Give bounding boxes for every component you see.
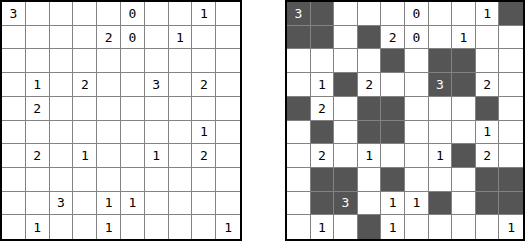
solution-board-cell-r7c3 xyxy=(334,144,358,168)
puzzle-board-cell-r8c5[interactable] xyxy=(97,168,121,192)
puzzle-board-cell-r1c7[interactable] xyxy=(145,2,169,26)
solution-board-cell-r4c9: 2 xyxy=(476,73,500,97)
solution-board-cell-r1c1: 3 xyxy=(287,2,311,26)
puzzle-board-cell-r6c8[interactable] xyxy=(169,121,193,145)
puzzle-board-cell-r6c5[interactable] xyxy=(97,121,121,145)
puzzle-board-cell-r1c3[interactable] xyxy=(50,2,74,26)
solution-board-cell-r8c8 xyxy=(452,168,476,192)
puzzle-board-cell-r7c3[interactable] xyxy=(50,144,74,168)
puzzle-board-cell-r8c6[interactable] xyxy=(121,168,145,192)
solution-board-cell-r4c2: 1 xyxy=(311,73,335,97)
puzzle-board: 3012011232212112311111 xyxy=(0,0,242,241)
solution-board-cell-r10c1 xyxy=(287,215,311,239)
clue-number: 1 xyxy=(483,125,491,138)
puzzle-board-cell-r6c7[interactable] xyxy=(145,121,169,145)
puzzle-board-cell-r1c6[interactable]: 0 xyxy=(121,2,145,26)
puzzle-board-cell-r6c4[interactable] xyxy=(73,121,97,145)
puzzle-board-cell-r4c3[interactable] xyxy=(50,73,74,97)
clue-number: 2 xyxy=(318,149,326,162)
puzzle-board-cell-r10c2[interactable]: 1 xyxy=(26,215,50,239)
puzzle-board-cell-r8c2[interactable] xyxy=(26,168,50,192)
puzzle-board-cell-r7c4[interactable]: 1 xyxy=(73,144,97,168)
puzzle-board-cell-r5c4[interactable] xyxy=(73,97,97,121)
solution-board-cell-r5c10 xyxy=(499,97,523,121)
solution-board-cell-r3c5 xyxy=(381,49,405,73)
clue-number: 1 xyxy=(200,125,208,138)
clue-number: 1 xyxy=(365,149,373,162)
puzzle-board-cell-r9c7[interactable] xyxy=(145,192,169,216)
solution-board-cell-r8c5 xyxy=(381,168,405,192)
puzzle-board-cell-r3c8[interactable] xyxy=(169,49,193,73)
clue-number: 1 xyxy=(105,221,113,234)
solution-board-cell-r10c5: 1 xyxy=(381,215,405,239)
puzzle-board-cell-r10c8[interactable] xyxy=(169,215,193,239)
puzzle-board-cell-r7c10[interactable] xyxy=(216,144,240,168)
solution-board-cell-r2c6: 0 xyxy=(405,26,429,50)
clue-number: 1 xyxy=(412,196,420,209)
clue-number: 2 xyxy=(105,31,113,44)
solution-board-cell-r6c9: 1 xyxy=(476,121,500,145)
solution-board-cell-r10c6 xyxy=(405,215,429,239)
puzzle-board-cell-r10c3[interactable] xyxy=(50,215,74,239)
clue-number: 1 xyxy=(436,149,444,162)
solution-board-cell-r6c10 xyxy=(499,121,523,145)
puzzle-board-cell-r9c1[interactable] xyxy=(2,192,26,216)
puzzle-board-cell-r4c1[interactable] xyxy=(2,73,26,97)
solution-board-cell-r7c4: 1 xyxy=(358,144,382,168)
clue-number: 0 xyxy=(128,31,136,44)
solution-board-cell-r2c1 xyxy=(287,26,311,50)
puzzle-board-cell-r9c6[interactable]: 1 xyxy=(121,192,145,216)
solution-board-cell-r9c7 xyxy=(429,192,453,216)
solution-board-cell-r4c5 xyxy=(381,73,405,97)
solution-board-cell-r9c9 xyxy=(476,192,500,216)
clue-number: 3 xyxy=(294,7,302,20)
puzzle-board-cell-r5c3[interactable] xyxy=(50,97,74,121)
solution-board-cell-r4c1 xyxy=(287,73,311,97)
puzzle-board-cell-r4c5[interactable] xyxy=(97,73,121,97)
solution-board-cell-r2c7 xyxy=(429,26,453,50)
puzzle-board-cell-r1c1[interactable]: 3 xyxy=(2,2,26,26)
puzzle-board-cell-r2c10[interactable] xyxy=(216,26,240,50)
puzzle-board-cell-r6c2[interactable] xyxy=(26,121,50,145)
puzzle-board-cell-r5c7[interactable] xyxy=(145,97,169,121)
puzzle-board-cell-r2c6[interactable]: 0 xyxy=(121,26,145,50)
puzzle-board-cell-r6c10[interactable] xyxy=(216,121,240,145)
clue-number: 1 xyxy=(389,221,397,234)
solution-board-cell-r9c5: 1 xyxy=(381,192,405,216)
puzzle-board-cell-r3c4[interactable] xyxy=(73,49,97,73)
solution-board-cell-r2c8: 1 xyxy=(452,26,476,50)
puzzle-board-cell-r6c3[interactable] xyxy=(50,121,74,145)
puzzle-board-cell-r4c8[interactable] xyxy=(169,73,193,97)
puzzle-board-cell-r3c7[interactable] xyxy=(145,49,169,73)
solution-board-cell-r8c4 xyxy=(358,168,382,192)
solution-board-cell-r4c7: 3 xyxy=(429,73,453,97)
puzzle-board-cell-r3c5[interactable] xyxy=(97,49,121,73)
solution-board-cell-r8c2 xyxy=(311,168,335,192)
solution-board-cell-r8c3 xyxy=(334,168,358,192)
puzzle-board-cell-r8c7[interactable] xyxy=(145,168,169,192)
clue-number: 2 xyxy=(483,149,491,162)
solution-board-cell-r8c1 xyxy=(287,168,311,192)
solution-board-cell-r3c1 xyxy=(287,49,311,73)
solution-board-cell-r3c7 xyxy=(429,49,453,73)
solution-board-cell-r8c7 xyxy=(429,168,453,192)
puzzle-board-cell-r9c10[interactable] xyxy=(216,192,240,216)
puzzle-board-cell-r9c4[interactable] xyxy=(73,192,97,216)
puzzle-board-cell-r6c6[interactable] xyxy=(121,121,145,145)
puzzle-board-cell-r1c10[interactable] xyxy=(216,2,240,26)
solution-board-cell-r10c2: 1 xyxy=(311,215,335,239)
puzzle-board-cell-r5c2[interactable]: 2 xyxy=(26,97,50,121)
solution-board-cell-r3c6 xyxy=(405,49,429,73)
solution-board-cell-r10c9 xyxy=(476,215,500,239)
puzzle-board-cell-r7c1[interactable] xyxy=(2,144,26,168)
solution-board-cell-r2c10 xyxy=(499,26,523,50)
solution-board-cell-r1c8 xyxy=(452,2,476,26)
puzzle-board-cell-r2c3[interactable] xyxy=(50,26,74,50)
clue-number: 3 xyxy=(57,196,65,209)
solution-board-cell-r7c10 xyxy=(499,144,523,168)
clue-number: 1 xyxy=(318,78,326,91)
solution-board-cell-r1c3 xyxy=(334,2,358,26)
puzzle-board-cell-r4c2[interactable]: 1 xyxy=(26,73,50,97)
puzzle-board-cell-r1c8[interactable] xyxy=(169,2,193,26)
solution-board-cell-r2c3 xyxy=(334,26,358,50)
solution-board-cell-r2c4 xyxy=(358,26,382,50)
puzzle-board-cell-r6c1[interactable] xyxy=(2,121,26,145)
solution-board-cell-r1c4 xyxy=(358,2,382,26)
puzzle-board-cell-r3c2[interactable] xyxy=(26,49,50,73)
solution-board-cell-r10c7 xyxy=(429,215,453,239)
puzzle-board-cell-r2c4[interactable] xyxy=(73,26,97,50)
puzzle-board-cell-r3c9[interactable] xyxy=(192,49,216,73)
solution-board-cell-r7c8 xyxy=(452,144,476,168)
solution-board-cell-r10c8 xyxy=(452,215,476,239)
puzzle-board-cell-r8c3[interactable] xyxy=(50,168,74,192)
solution-board-cell-r6c6 xyxy=(405,121,429,145)
solution-board-cell-r6c4 xyxy=(358,121,382,145)
puzzle-board-cell-r9c8[interactable] xyxy=(169,192,193,216)
puzzle-board-cell-r8c10[interactable] xyxy=(216,168,240,192)
solution-board-cell-r10c4 xyxy=(358,215,382,239)
clue-number: 1 xyxy=(200,7,208,20)
solution-board-cell-r5c8 xyxy=(452,97,476,121)
clue-number: 3 xyxy=(342,196,350,209)
solution-board-cell-r6c8 xyxy=(452,121,476,145)
solution-board-cell-r3c10 xyxy=(499,49,523,73)
clue-number: 0 xyxy=(412,7,420,20)
solution-board-cell-r5c1 xyxy=(287,97,311,121)
solution-board-cell-r1c9: 1 xyxy=(476,2,500,26)
solution-board-cell-r7c6 xyxy=(405,144,429,168)
puzzle-board-cell-r2c5[interactable]: 2 xyxy=(97,26,121,50)
clue-number: 3 xyxy=(9,7,17,20)
solution-board-cell-r1c2 xyxy=(311,2,335,26)
puzzle-board-cell-r2c2[interactable] xyxy=(26,26,50,50)
puzzle-board-cell-r5c9[interactable] xyxy=(192,97,216,121)
solution-board-cell-r4c8 xyxy=(452,73,476,97)
clue-number: 1 xyxy=(128,196,136,209)
puzzle-board-cell-r6c9[interactable]: 1 xyxy=(192,121,216,145)
puzzle-board-cell-r1c5[interactable] xyxy=(97,2,121,26)
solution-board-cell-r9c2 xyxy=(311,192,335,216)
solution-board-cell-r3c4 xyxy=(358,49,382,73)
solution-board-cell-r5c3 xyxy=(334,97,358,121)
solution-board-cell-r3c2 xyxy=(311,49,335,73)
puzzle-board-cell-r8c8[interactable] xyxy=(169,168,193,192)
clue-number: 2 xyxy=(365,78,373,91)
puzzle-board-cell-r3c1[interactable] xyxy=(2,49,26,73)
solution-board-cell-r9c10 xyxy=(499,192,523,216)
solution-board-cell-r2c5: 2 xyxy=(381,26,405,50)
puzzle-board-cell-r8c9[interactable] xyxy=(192,168,216,192)
solution-board-cell-r2c9 xyxy=(476,26,500,50)
puzzle-board-cell-r9c9[interactable] xyxy=(192,192,216,216)
clue-number: 2 xyxy=(318,102,326,115)
solution-board-cell-r5c6 xyxy=(405,97,429,121)
puzzle-board-cell-r8c4[interactable] xyxy=(73,168,97,192)
clue-number: 1 xyxy=(33,221,41,234)
puzzle-board-cell-r3c6[interactable] xyxy=(121,49,145,73)
solution-board-cell-r6c3 xyxy=(334,121,358,145)
puzzle-board-cell-r10c9[interactable] xyxy=(192,215,216,239)
clue-number: 0 xyxy=(412,31,420,44)
clue-number: 1 xyxy=(105,196,113,209)
clue-number: 1 xyxy=(224,221,232,234)
solution-board-cell-r7c7: 1 xyxy=(429,144,453,168)
puzzle-board-cell-r4c9[interactable]: 2 xyxy=(192,73,216,97)
puzzle-board-cell-r8c1[interactable] xyxy=(2,168,26,192)
puzzle-board-cell-r7c6[interactable] xyxy=(121,144,145,168)
clue-number: 2 xyxy=(389,31,397,44)
clue-number: 1 xyxy=(507,221,515,234)
solution-board-cell-r9c4 xyxy=(358,192,382,216)
clue-number: 3 xyxy=(436,78,444,91)
puzzle-board-cell-r7c8[interactable] xyxy=(169,144,193,168)
solution-board: 3012011232212112311111 xyxy=(285,0,525,241)
clue-number: 1 xyxy=(152,149,160,162)
solution-board-cell-r5c7 xyxy=(429,97,453,121)
solution-board-cell-r7c9: 2 xyxy=(476,144,500,168)
solution-board-cell-r4c4: 2 xyxy=(358,73,382,97)
clue-number: 0 xyxy=(128,7,136,20)
puzzle-board-cell-r5c5[interactable] xyxy=(97,97,121,121)
solution-board-cell-r7c5 xyxy=(381,144,405,168)
puzzle-board-cell-r1c2[interactable] xyxy=(26,2,50,26)
solution-board-cell-r1c6: 0 xyxy=(405,2,429,26)
solution-board-cell-r8c10 xyxy=(499,168,523,192)
solution-board-cell-r1c5 xyxy=(381,2,405,26)
puzzle-board-cell-r9c5[interactable]: 1 xyxy=(97,192,121,216)
puzzle-board-cell-r7c2[interactable]: 2 xyxy=(26,144,50,168)
solution-board-cell-r6c2 xyxy=(311,121,335,145)
puzzle-board-cell-r4c7[interactable]: 3 xyxy=(145,73,169,97)
solution-board-cell-r6c1 xyxy=(287,121,311,145)
puzzle-board-cell-r2c8[interactable]: 1 xyxy=(169,26,193,50)
solution-board-cell-r9c8 xyxy=(452,192,476,216)
clue-number: 1 xyxy=(318,221,326,234)
solution-board-cell-r5c5 xyxy=(381,97,405,121)
puzzle-board-cell-r1c4[interactable] xyxy=(73,2,97,26)
solution-board-cell-r10c10: 1 xyxy=(499,215,523,239)
clue-number: 3 xyxy=(152,78,160,91)
solution-board-cell-r5c2: 2 xyxy=(311,97,335,121)
puzzle-board-cell-r4c6[interactable] xyxy=(121,73,145,97)
clue-number: 2 xyxy=(33,102,41,115)
puzzle-board-cell-r10c1[interactable] xyxy=(2,215,26,239)
solution-board-cell-r3c8 xyxy=(452,49,476,73)
solution-board-cell-r9c1 xyxy=(287,192,311,216)
solution-board-cell-r6c5 xyxy=(381,121,405,145)
puzzle-board-cell-r2c1[interactable] xyxy=(2,26,26,50)
clue-number: 1 xyxy=(460,31,468,44)
solution-board-cell-r4c3 xyxy=(334,73,358,97)
clue-number: 1 xyxy=(389,196,397,209)
puzzle-board-cell-r7c9[interactable]: 2 xyxy=(192,144,216,168)
puzzle-board-cell-r9c3[interactable]: 3 xyxy=(50,192,74,216)
clue-number: 2 xyxy=(200,149,208,162)
clue-number: 1 xyxy=(176,31,184,44)
puzzle-board-cell-r10c7[interactable] xyxy=(145,215,169,239)
solution-board-cell-r2c2 xyxy=(311,26,335,50)
solution-board-cell-r7c2: 2 xyxy=(311,144,335,168)
solution-board-cell-r5c9 xyxy=(476,97,500,121)
puzzle-board-cell-r9c2[interactable] xyxy=(26,192,50,216)
clue-number: 2 xyxy=(33,149,41,162)
puzzle-board-cell-r2c9[interactable] xyxy=(192,26,216,50)
solution-board-cell-r7c1 xyxy=(287,144,311,168)
solution-board-cell-r3c3 xyxy=(334,49,358,73)
clue-number: 1 xyxy=(81,149,89,162)
puzzle-board-cell-r2c7[interactable] xyxy=(145,26,169,50)
solution-board-cell-r4c10 xyxy=(499,73,523,97)
solution-board-cell-r9c3: 3 xyxy=(334,192,358,216)
puzzle-board-cell-r7c5[interactable] xyxy=(97,144,121,168)
puzzle-board-cell-r3c3[interactable] xyxy=(50,49,74,73)
solution-board-cell-r1c7 xyxy=(429,2,453,26)
solution-board-cell-r10c3 xyxy=(334,215,358,239)
clue-number: 1 xyxy=(33,78,41,91)
solution-board-cell-r6c7 xyxy=(429,121,453,145)
clue-number: 2 xyxy=(483,78,491,91)
puzzle-board-cell-r5c10[interactable] xyxy=(216,97,240,121)
puzzle-board-cell-r3c10[interactable] xyxy=(216,49,240,73)
puzzle-board-cell-r4c10[interactable] xyxy=(216,73,240,97)
puzzle-board-cell-r5c1[interactable] xyxy=(2,97,26,121)
clue-number: 2 xyxy=(81,78,89,91)
solution-board-cell-r5c4 xyxy=(358,97,382,121)
puzzle-board-cell-r5c8[interactable] xyxy=(169,97,193,121)
puzzle-board-cell-r1c9[interactable]: 1 xyxy=(192,2,216,26)
solution-board-cell-r4c6 xyxy=(405,73,429,97)
clue-number: 2 xyxy=(200,78,208,91)
puzzle-board-cell-r4c4[interactable]: 2 xyxy=(73,73,97,97)
puzzle-board-cell-r10c6[interactable] xyxy=(121,215,145,239)
clue-number: 1 xyxy=(483,7,491,20)
puzzle-board-cell-r10c5[interactable]: 1 xyxy=(97,215,121,239)
puzzle-board-cell-r10c10[interactable]: 1 xyxy=(216,215,240,239)
solution-board-cell-r1c10 xyxy=(499,2,523,26)
solution-board-cell-r8c6 xyxy=(405,168,429,192)
puzzle-board-cell-r5c6[interactable] xyxy=(121,97,145,121)
solution-board-cell-r3c9 xyxy=(476,49,500,73)
solution-board-cell-r9c6: 1 xyxy=(405,192,429,216)
puzzle-board-cell-r7c7[interactable]: 1 xyxy=(145,144,169,168)
puzzle-board-cell-r10c4[interactable] xyxy=(73,215,97,239)
solution-board-cell-r8c9 xyxy=(476,168,500,192)
